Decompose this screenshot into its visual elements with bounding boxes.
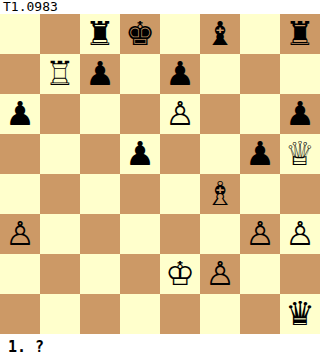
piece-black-rook[interactable]: ♜ <box>85 14 115 54</box>
piece-white-pawn[interactable]: ♙ <box>285 214 315 254</box>
square-a7[interactable] <box>0 54 40 94</box>
square-b3[interactable] <box>40 214 80 254</box>
move-prompt-label: 1. ? <box>8 338 44 356</box>
square-c5[interactable] <box>80 134 120 174</box>
square-e5[interactable] <box>160 134 200 174</box>
square-d8[interactable]: ♚ <box>120 14 160 54</box>
piece-white-king[interactable]: ♔ <box>165 254 195 294</box>
square-e7[interactable]: ♟ <box>160 54 200 94</box>
square-g2[interactable] <box>240 254 280 294</box>
square-c6[interactable] <box>80 94 120 134</box>
square-d2[interactable] <box>120 254 160 294</box>
square-f7[interactable] <box>200 54 240 94</box>
square-g8[interactable] <box>240 14 280 54</box>
square-c8[interactable]: ♜ <box>80 14 120 54</box>
square-b8[interactable] <box>40 14 80 54</box>
square-c7[interactable]: ♟ <box>80 54 120 94</box>
square-e6[interactable]: ♙ <box>160 94 200 134</box>
square-h5[interactable]: ♕ <box>280 134 320 174</box>
square-a6[interactable]: ♟ <box>0 94 40 134</box>
square-d1[interactable] <box>120 294 160 334</box>
square-d6[interactable] <box>120 94 160 134</box>
square-g6[interactable] <box>240 94 280 134</box>
square-f5[interactable] <box>200 134 240 174</box>
piece-white-queen[interactable]: ♕ <box>285 134 315 174</box>
square-b1[interactable] <box>40 294 80 334</box>
piece-white-pawn[interactable]: ♙ <box>205 254 235 294</box>
piece-black-bishop[interactable]: ♝ <box>205 14 235 54</box>
square-g5[interactable]: ♟ <box>240 134 280 174</box>
square-b5[interactable] <box>40 134 80 174</box>
square-c1[interactable] <box>80 294 120 334</box>
square-a2[interactable] <box>0 254 40 294</box>
square-a8[interactable] <box>0 14 40 54</box>
square-f1[interactable] <box>200 294 240 334</box>
piece-black-king[interactable]: ♚ <box>125 14 155 54</box>
square-e1[interactable] <box>160 294 200 334</box>
square-g7[interactable] <box>240 54 280 94</box>
square-h2[interactable] <box>280 254 320 294</box>
piece-white-pawn[interactable]: ♙ <box>245 214 275 254</box>
piece-white-rook[interactable]: ♖ <box>45 54 75 94</box>
square-f3[interactable] <box>200 214 240 254</box>
square-e2[interactable]: ♔ <box>160 254 200 294</box>
piece-black-pawn[interactable]: ♟ <box>285 94 315 134</box>
puzzle-id-label: T1.0983 <box>3 0 58 14</box>
square-f6[interactable] <box>200 94 240 134</box>
square-d4[interactable] <box>120 174 160 214</box>
piece-white-pawn[interactable]: ♙ <box>165 94 195 134</box>
square-c2[interactable] <box>80 254 120 294</box>
square-e3[interactable] <box>160 214 200 254</box>
chess-tactics-diagram: T1.0983 ♜♚♝♜♖♟♟♟♙♟♟♟♕♗♙♙♙♔♙♛ 1. ? <box>0 0 320 360</box>
square-h7[interactable] <box>280 54 320 94</box>
square-d7[interactable] <box>120 54 160 94</box>
piece-black-pawn[interactable]: ♟ <box>165 54 195 94</box>
chess-board: ♜♚♝♜♖♟♟♟♙♟♟♟♕♗♙♙♙♔♙♛ <box>0 14 320 334</box>
piece-black-pawn[interactable]: ♟ <box>5 94 35 134</box>
piece-white-pawn[interactable]: ♙ <box>5 214 35 254</box>
square-h4[interactable] <box>280 174 320 214</box>
piece-black-pawn[interactable]: ♟ <box>125 134 155 174</box>
square-e8[interactable] <box>160 14 200 54</box>
square-f4[interactable]: ♗ <box>200 174 240 214</box>
square-a4[interactable] <box>0 174 40 214</box>
square-f2[interactable]: ♙ <box>200 254 240 294</box>
square-d3[interactable] <box>120 214 160 254</box>
square-h8[interactable]: ♜ <box>280 14 320 54</box>
square-a1[interactable] <box>0 294 40 334</box>
square-h1[interactable]: ♛ <box>280 294 320 334</box>
square-b7[interactable]: ♖ <box>40 54 80 94</box>
piece-black-rook[interactable]: ♜ <box>285 14 315 54</box>
square-b6[interactable] <box>40 94 80 134</box>
square-h3[interactable]: ♙ <box>280 214 320 254</box>
square-g3[interactable]: ♙ <box>240 214 280 254</box>
piece-black-queen[interactable]: ♛ <box>285 294 315 334</box>
square-a5[interactable] <box>0 134 40 174</box>
square-h6[interactable]: ♟ <box>280 94 320 134</box>
square-e4[interactable] <box>160 174 200 214</box>
square-b2[interactable] <box>40 254 80 294</box>
piece-black-pawn[interactable]: ♟ <box>85 54 115 94</box>
square-f8[interactable]: ♝ <box>200 14 240 54</box>
square-b4[interactable] <box>40 174 80 214</box>
square-a3[interactable]: ♙ <box>0 214 40 254</box>
piece-black-pawn[interactable]: ♟ <box>245 134 275 174</box>
square-d5[interactable]: ♟ <box>120 134 160 174</box>
square-g1[interactable] <box>240 294 280 334</box>
square-c3[interactable] <box>80 214 120 254</box>
piece-white-bishop[interactable]: ♗ <box>205 174 235 214</box>
square-c4[interactable] <box>80 174 120 214</box>
square-g4[interactable] <box>240 174 280 214</box>
